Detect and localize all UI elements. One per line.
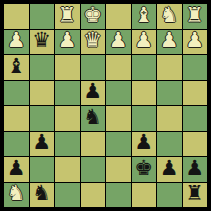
square-h1[interactable]: ♜	[183, 183, 208, 208]
square-h3[interactable]	[183, 132, 208, 157]
square-f5[interactable]	[132, 81, 157, 106]
square-g5[interactable]	[157, 81, 182, 106]
square-h5[interactable]	[183, 81, 208, 106]
piece-black-pawn[interactable]: ♟	[160, 158, 179, 179]
square-a7[interactable]: ♟	[4, 30, 29, 55]
square-b4[interactable]	[30, 106, 55, 131]
square-b2[interactable]	[30, 157, 55, 182]
square-e2[interactable]	[106, 157, 131, 182]
piece-black-pawn[interactable]: ♟	[32, 132, 51, 153]
square-h4[interactable]	[183, 106, 208, 131]
square-e7[interactable]: ♟	[106, 30, 131, 55]
piece-black-pawn[interactable]: ♟	[134, 132, 153, 153]
square-h8[interactable]: ♜	[183, 4, 208, 29]
piece-black-rook[interactable]: ♜	[185, 183, 204, 204]
square-f8[interactable]: ♝	[132, 4, 157, 29]
square-d8[interactable]: ♚	[81, 4, 106, 29]
piece-black-pawn[interactable]: ♟	[83, 81, 102, 102]
piece-white-king[interactable]: ♚	[83, 5, 102, 26]
piece-white-knight[interactable]: ♞	[160, 5, 179, 26]
square-d5[interactable]: ♟	[81, 81, 106, 106]
piece-white-pawn[interactable]: ♟	[109, 30, 128, 51]
square-e8[interactable]	[106, 4, 131, 29]
piece-white-knight[interactable]: ♞	[7, 183, 26, 204]
square-g1[interactable]	[157, 183, 182, 208]
piece-black-knight[interactable]: ♞	[32, 183, 51, 204]
square-c6[interactable]	[55, 55, 80, 80]
square-f7[interactable]: ♟	[132, 30, 157, 55]
square-e5[interactable]	[106, 81, 131, 106]
piece-black-knight[interactable]: ♞	[83, 107, 102, 128]
piece-black-queen[interactable]: ♛	[32, 30, 51, 51]
square-b6[interactable]	[30, 55, 55, 80]
square-g6[interactable]	[157, 55, 182, 80]
square-a8[interactable]	[4, 4, 29, 29]
square-f2[interactable]: ♚	[132, 157, 157, 182]
square-b5[interactable]	[30, 81, 55, 106]
square-b3[interactable]: ♟	[30, 132, 55, 157]
piece-white-pawn[interactable]: ♟	[134, 30, 153, 51]
piece-white-pawn[interactable]: ♟	[160, 30, 179, 51]
piece-white-bishop[interactable]: ♝	[134, 5, 153, 26]
piece-white-rook[interactable]: ♜	[58, 5, 77, 26]
square-g8[interactable]: ♞	[157, 4, 182, 29]
piece-white-rook[interactable]: ♜	[185, 5, 204, 26]
square-c2[interactable]	[55, 157, 80, 182]
square-h6[interactable]	[183, 55, 208, 80]
square-b8[interactable]	[30, 4, 55, 29]
square-d4[interactable]: ♞	[81, 106, 106, 131]
square-d1[interactable]	[81, 183, 106, 208]
square-f6[interactable]	[132, 55, 157, 80]
square-a5[interactable]	[4, 81, 29, 106]
square-d2[interactable]	[81, 157, 106, 182]
square-e1[interactable]	[106, 183, 131, 208]
piece-black-bishop[interactable]: ♝	[7, 56, 26, 77]
piece-black-king[interactable]: ♚	[134, 158, 153, 179]
square-c3[interactable]	[55, 132, 80, 157]
square-g3[interactable]	[157, 132, 182, 157]
square-c4[interactable]	[55, 106, 80, 131]
square-g2[interactable]: ♟	[157, 157, 182, 182]
square-h2[interactable]: ♟	[183, 157, 208, 182]
square-f3[interactable]: ♟	[132, 132, 157, 157]
piece-white-queen[interactable]: ♛	[83, 30, 102, 51]
square-a1[interactable]: ♞	[4, 183, 29, 208]
square-f4[interactable]	[132, 106, 157, 131]
piece-white-pawn[interactable]: ♟	[58, 30, 77, 51]
square-e6[interactable]	[106, 55, 131, 80]
square-e4[interactable]	[106, 106, 131, 131]
square-c7[interactable]: ♟	[55, 30, 80, 55]
piece-black-pawn[interactable]: ♟	[7, 158, 26, 179]
square-c5[interactable]	[55, 81, 80, 106]
chess-board: ♜♚♝♞♜♟♛♟♛♟♟♟♟♝♟♞♟♟♟♚♟♟♞♞♜	[0, 0, 211, 211]
square-a6[interactable]: ♝	[4, 55, 29, 80]
square-d3[interactable]	[81, 132, 106, 157]
square-a2[interactable]: ♟	[4, 157, 29, 182]
square-e3[interactable]	[106, 132, 131, 157]
chess-board-window: ♜♚♝♞♜♟♛♟♛♟♟♟♟♝♟♞♟♟♟♚♟♟♞♞♜	[0, 0, 211, 211]
square-f1[interactable]	[132, 183, 157, 208]
square-c8[interactable]: ♜	[55, 4, 80, 29]
square-h7[interactable]: ♟	[183, 30, 208, 55]
square-a3[interactable]	[4, 132, 29, 157]
piece-black-pawn[interactable]: ♟	[185, 158, 204, 179]
square-g4[interactable]	[157, 106, 182, 131]
square-d6[interactable]	[81, 55, 106, 80]
piece-white-pawn[interactable]: ♟	[185, 30, 204, 51]
square-c1[interactable]	[55, 183, 80, 208]
piece-white-pawn[interactable]: ♟	[7, 30, 26, 51]
square-b7[interactable]: ♛	[30, 30, 55, 55]
square-b1[interactable]: ♞	[30, 183, 55, 208]
square-g7[interactable]: ♟	[157, 30, 182, 55]
square-a4[interactable]	[4, 106, 29, 131]
square-d7[interactable]: ♛	[81, 30, 106, 55]
